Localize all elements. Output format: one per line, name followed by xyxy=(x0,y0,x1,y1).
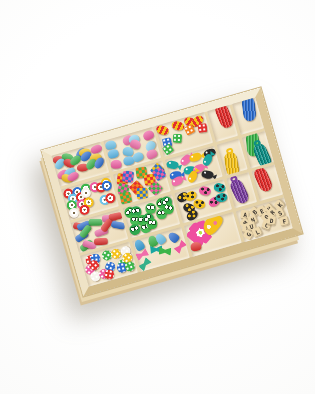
bead-bug xyxy=(198,185,212,196)
compartment-red-cord-2 xyxy=(252,164,283,201)
bead-dice xyxy=(119,191,132,204)
bead-egg xyxy=(170,120,185,132)
bead-cord xyxy=(228,178,251,206)
bead-bow xyxy=(159,247,172,256)
bead-die: D xyxy=(267,215,277,225)
bead-daisy xyxy=(102,180,112,190)
bead-cyl xyxy=(111,220,126,229)
bead-fish xyxy=(189,152,202,162)
bead-die: F xyxy=(279,216,290,227)
bead-dice xyxy=(137,187,149,199)
bead-cord xyxy=(213,105,235,130)
compartment-green-cords xyxy=(242,131,273,168)
bead-cord xyxy=(241,97,257,121)
bead-bug xyxy=(215,192,228,203)
bead-cyl xyxy=(88,218,102,225)
bead-egg xyxy=(155,124,170,136)
bead-cord xyxy=(251,141,273,168)
bead-cube xyxy=(173,134,182,143)
bead-cord xyxy=(223,151,240,175)
bead-fish xyxy=(200,169,214,180)
bead-cord xyxy=(252,165,274,193)
bead-fish xyxy=(166,159,180,170)
compartment-blue-cord xyxy=(232,97,263,134)
bead-daisy xyxy=(78,204,90,216)
bead-box-tray: ABEHKMNORSTUCDFGL xyxy=(41,88,302,297)
bead-bow xyxy=(138,257,152,271)
bead-drop xyxy=(141,129,155,142)
bead-bud xyxy=(166,231,180,245)
bead-cyl xyxy=(93,237,107,245)
bead-bug xyxy=(213,183,227,194)
bead-dice xyxy=(122,170,134,182)
bead-cube xyxy=(197,123,207,133)
tray-drop-shadow: ABEHKMNORSTUCDFGL xyxy=(0,0,315,394)
bead-drop xyxy=(110,160,121,169)
bead-drop xyxy=(190,242,202,253)
photo-background: ABEHKMNORSTUCDFGL xyxy=(0,0,315,394)
